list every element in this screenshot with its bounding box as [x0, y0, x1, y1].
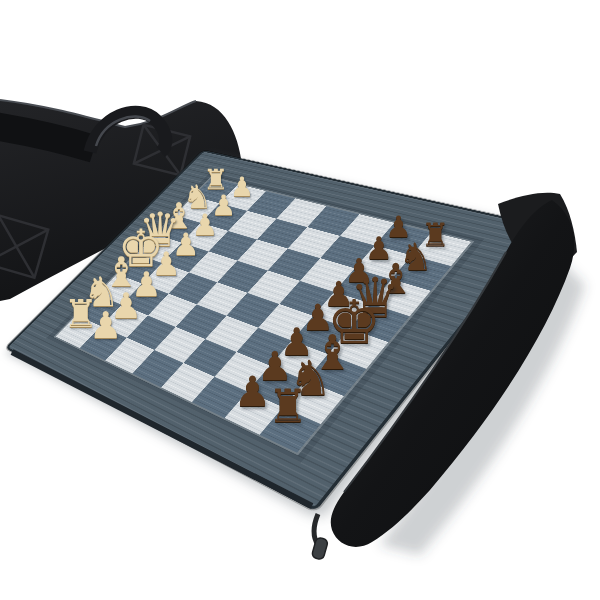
chess-set-photo: ♜♞♝♛♚♝♞♜♟♟♟♟♟♟♟♟♟♟♟♟♟♟♟♟♜♞♝♛♚♝♞♜ — [0, 0, 600, 600]
